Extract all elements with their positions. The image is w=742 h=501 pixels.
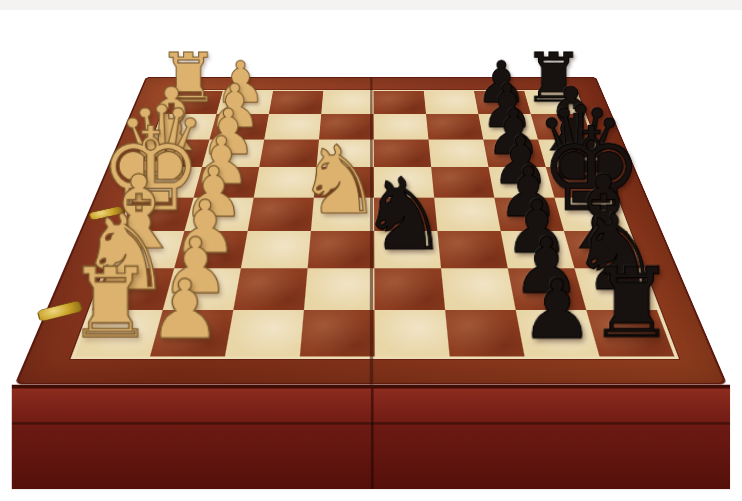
piece-white-pawn-h2: ♟ xyxy=(148,269,221,351)
piece-black-rook-h8: ♜ xyxy=(588,254,675,351)
piece-black-pawn-h7: ♟ xyxy=(520,269,593,351)
square-b6 xyxy=(426,114,483,139)
square-g3 xyxy=(233,268,307,309)
square-h6 xyxy=(445,309,524,356)
square-g4 xyxy=(304,268,375,309)
square-g5 xyxy=(374,268,445,309)
square-f3 xyxy=(241,231,311,268)
piece-black-knight-f5: ♞ xyxy=(360,164,449,264)
board-front-face xyxy=(12,384,730,489)
square-b7 xyxy=(478,114,538,139)
product-photo-scene: ♜♝♛♚♝♞♜♟♟♟♟♟♟♟♟♞♜♝♛♚♝♞♜♟♟♟♟♟♟♟♟♞ xyxy=(0,0,742,501)
square-a3 xyxy=(269,91,323,114)
chess-board: ♜♝♛♚♝♞♜♟♟♟♟♟♟♟♟♞♜♝♛♚♝♞♜♟♟♟♟♟♟♟♟♞ xyxy=(14,77,727,384)
square-h5 xyxy=(375,309,450,356)
photo-top-edge xyxy=(0,0,742,10)
square-a6 xyxy=(424,91,479,114)
square-a2 xyxy=(216,91,273,114)
square-a7 xyxy=(474,91,531,114)
piece-white-rook-h1: ♜ xyxy=(67,254,154,351)
front-fold-seam xyxy=(371,388,374,489)
square-g6 xyxy=(441,268,516,309)
square-a5 xyxy=(374,91,427,114)
square-a4 xyxy=(321,91,373,114)
square-h3 xyxy=(225,309,304,356)
square-h4 xyxy=(300,309,375,356)
square-b2 xyxy=(209,114,268,139)
